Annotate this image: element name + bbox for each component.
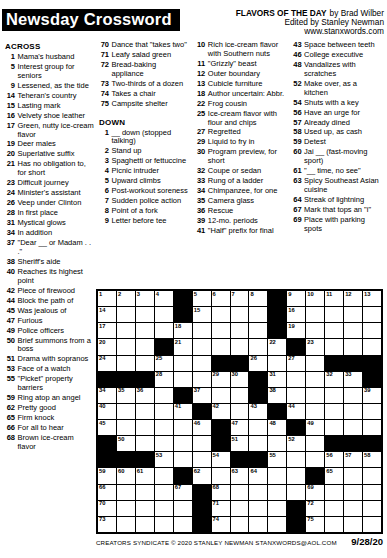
cell-r3c9[interactable] [249,323,267,338]
cell-r3c11[interactable]: 19 [287,323,305,338]
page-header: Newsday Crossword FLAVORS OF THE DAYby B… [0,0,387,36]
cell-r6c11[interactable] [287,372,305,387]
clue-number: 8 [96,207,109,216]
cell-r8c8[interactable] [231,404,249,419]
black-cell-r9c11 [287,420,305,435]
cell-r3c2[interactable] [117,323,135,338]
cell-r13c15[interactable] [363,485,381,500]
clue-text: Difficult journey [18,179,69,188]
cell-r12c11[interactable] [287,468,305,483]
clue-text: Ring atop an angel [18,394,81,403]
cell-r9c3[interactable] [136,420,154,435]
clue-across-5: 5Interest group for seniors [2,63,94,81]
clue-number: 52 [289,80,302,98]
cell-r8c15[interactable] [363,404,381,419]
clue-text: Mark that tops an "i" [304,206,371,215]
clue-text: Cubicle furniture [208,80,263,89]
clue-down-2: 2Stand up [96,147,189,156]
cell-r13c5[interactable]: 67 [174,485,192,500]
clue-number: 56 [289,109,302,118]
cell-r2c14[interactable] [344,307,362,322]
cell-number: 20 [99,339,105,346]
black-cell-r2c5 [174,307,192,322]
cell-r10c8[interactable]: 51 [231,436,249,451]
clue-text: Drama with sopranos [18,355,89,364]
cell-r8c4[interactable] [155,404,173,419]
clue-number: 49 [2,327,15,336]
clue-down-32: 32Coupe or sedan [192,167,285,176]
cell-number: 61 [137,468,143,475]
black-cell-r12c5 [174,468,192,483]
cell-r7c7[interactable] [212,388,230,403]
clue-number: 45 [2,307,15,316]
cell-r7c10[interactable]: 38 [268,388,286,403]
cell-r13c12[interactable]: 69 [306,485,324,500]
cell-r6c12[interactable] [306,372,324,387]
cell-r11c4[interactable]: 53 [155,452,173,467]
cell-r6c7[interactable]: 29 [212,372,230,387]
cell-r11c6[interactable] [193,452,211,467]
cell-r9c2[interactable] [117,420,135,435]
cell-r3c5[interactable]: 18 [174,323,192,338]
cell-number: 32 [326,371,332,378]
clue-number: 6 [96,187,109,196]
clue-number: 4 [96,167,109,176]
clue-down-1: 1__ down (stopped talking) [96,129,189,147]
cell-r7c14[interactable] [344,388,362,403]
cell-r9c13[interactable] [325,420,343,435]
cell-r4c1[interactable]: 20 [98,339,116,354]
cell-r6c14[interactable]: 33 [344,372,362,387]
cell-r11c13[interactable]: 56 [325,452,343,467]
cell-r12c3[interactable]: 61 [136,468,154,483]
cell-r7c12[interactable] [306,388,324,403]
cell-r14c1[interactable]: 70 [98,501,116,516]
cell-r4c7[interactable] [212,339,230,354]
cell-number: 52 [288,436,294,443]
cell-r6c5[interactable] [174,372,192,387]
cell-r9c9[interactable] [249,420,267,435]
cell-r2c13[interactable] [325,307,343,322]
clue-number: 28 [2,209,15,218]
cell-r10c2[interactable]: 50 [117,436,135,451]
black-cell-r10c14 [344,436,362,451]
black-cell-r1c10 [268,291,286,306]
cell-r15c9[interactable] [249,517,267,532]
cell-r2c7[interactable] [212,307,230,322]
cell-r12c13[interactable]: 65 [325,468,343,483]
cell-r14c12[interactable]: 72 [306,501,324,516]
cell-number: 43 [250,403,256,410]
clue-text: Dance that "takes two" [112,41,187,50]
cell-r1c8[interactable]: 7 [231,291,249,306]
clue-number: 67 [289,206,302,215]
cell-r1c9[interactable]: 8 [249,291,267,306]
cell-r9c5[interactable] [174,420,192,435]
cell-r6c10[interactable]: 31 [268,372,286,387]
clue-number: 29 [192,138,205,147]
cell-r13c7[interactable]: 68 [212,485,230,500]
cell-r14c10[interactable] [268,501,286,516]
cell-r10c11[interactable]: 52 [287,436,305,451]
cell-r6c4[interactable]: 28 [155,372,173,387]
clue-number: 18 [192,90,205,99]
cell-r12c15[interactable] [363,468,381,483]
clue-number: 72 [96,61,109,79]
clue-down-25: 25Ice-cream flavor with flour and chips [192,110,285,128]
cell-r2c12[interactable] [306,307,324,322]
cell-r14c9[interactable] [249,501,267,516]
cell-number: 48 [269,420,275,427]
clue-number: 57 [289,119,302,128]
cell-r15c4[interactable] [155,517,173,532]
cell-r7c2[interactable]: 35 [117,388,135,403]
cell-r12c4[interactable] [155,468,173,483]
cell-r10c6[interactable] [193,436,211,451]
cell-r7c6[interactable]: 37 [193,388,211,403]
cell-r12c7[interactable] [212,468,230,483]
cell-r8c3[interactable] [136,404,154,419]
clue-across-72: 72Bread-baking appliance [96,61,189,79]
cell-r4c14[interactable] [344,339,362,354]
clue-number: 1 [96,129,109,147]
cell-r5c12[interactable] [306,356,324,371]
cell-r5c4[interactable]: 25 [155,356,173,371]
clue-number: 15 [2,102,15,111]
cell-r4c10[interactable]: 22 [268,339,286,354]
cell-r1c14[interactable]: 12 [344,291,362,306]
clue-across-28: 28In first place [2,209,94,218]
clue-across-73: 73Two-thirds of a dozen [96,80,189,89]
cell-r10c4[interactable] [155,436,173,451]
cell-r5c6[interactable] [193,356,211,371]
cell-r14c15[interactable] [363,501,381,516]
cell-r2c9[interactable] [249,307,267,322]
clue-text: Block the path of [18,297,74,306]
clue-across-15: 15Lasting mark [2,102,94,111]
clue-down-11: 11"Grizzly" beast [192,60,285,69]
cell-number: 62 [194,468,200,475]
cell-r1c7[interactable]: 6 [212,291,230,306]
cell-r14c14[interactable] [344,501,362,516]
clue-text: Space between teeth [304,41,374,50]
cell-r10c3[interactable] [136,436,154,451]
cell-r7c13[interactable] [325,388,343,403]
cell-r9c12[interactable]: 49 [306,420,324,435]
cell-r15c7[interactable]: 74 [212,517,230,532]
clue-number: 9 [2,82,15,91]
cell-r13c3[interactable] [136,485,154,500]
cell-number: 17 [99,323,105,330]
cell-r3c14[interactable] [344,323,362,338]
clue-down-67: 67Mark that tops an "i" [289,206,382,215]
clue-down-58: 58Used up, as cash [289,128,382,137]
clue-down-34: 34Chimpanzee, for one [192,187,285,196]
cell-r14c4[interactable] [155,501,173,516]
cell-r10c9[interactable] [249,436,267,451]
cell-r11c14[interactable]: 57 [344,452,362,467]
cell-number: 45 [99,420,105,427]
cell-r15c12[interactable]: 75 [306,517,324,532]
cell-r9c8[interactable]: 47 [231,420,249,435]
cell-r15c1[interactable]: 73 [98,517,116,532]
cell-r6c13[interactable]: 32 [325,372,343,387]
cell-r1c1[interactable]: 1 [98,291,116,306]
clue-down-33: 33Rung of a ladder [192,177,285,186]
clue-number: 10 [192,41,205,59]
cell-r13c8[interactable] [231,485,249,500]
cell-number: 29 [213,371,219,378]
cell-r1c15[interactable]: 13 [363,291,381,306]
cell-number: 33 [345,371,351,378]
cell-r6c6[interactable] [193,372,211,387]
clue-text: Vandalizes with scratches [304,61,382,79]
clue-down-59: 59Detest [289,138,382,147]
cell-r5c5[interactable] [174,356,192,371]
cell-r2c1[interactable]: 14 [98,307,116,322]
clue-down-5: 5Upward climbs [96,177,189,186]
cell-r12c10[interactable] [268,468,286,483]
cell-r1c3[interactable]: 3 [136,291,154,306]
black-cell-r6c1 [98,372,116,387]
cell-r10c5[interactable] [174,436,192,451]
cell-r2c4[interactable] [155,307,173,322]
cell-r7c1[interactable]: 34 [98,388,116,403]
clue-across-24: 24Minister's assistant [2,189,94,198]
clue-down-29: 29Liquid to fry in [192,138,285,147]
cell-r8c12[interactable] [306,404,324,419]
black-cell-r5c8 [231,356,249,371]
cell-r6c8[interactable]: 30 [231,372,249,387]
cell-number: 65 [326,468,332,475]
cell-r15c13[interactable] [325,517,343,532]
cell-r3c12[interactable] [306,323,324,338]
cell-r4c2[interactable] [117,339,135,354]
cell-r12c1[interactable]: 59 [98,468,116,483]
cell-r9c6[interactable]: 46 [193,420,211,435]
clue-text: Make over, as a kitchen [304,80,382,98]
cell-r7c15[interactable]: 39 [363,388,381,403]
cell-r15c14[interactable] [344,517,362,532]
crossword-grid[interactable]: 1234567891011121314151617181920212223242… [96,289,383,534]
cell-r11c11[interactable] [287,452,305,467]
cell-r1c6[interactable]: 5 [193,291,211,306]
cell-r13c11[interactable] [287,485,305,500]
cell-r9c10[interactable]: 48 [268,420,286,435]
clue-across-75: 75Campsite shelter [96,100,189,109]
clue-across-45: 45Was jealous of [2,307,94,316]
cell-r8c1[interactable]: 40 [98,404,116,419]
cell-r9c1[interactable]: 45 [98,420,116,435]
cell-r12c2[interactable]: 60 [117,468,135,483]
cell-r12c14[interactable] [344,468,362,483]
cell-r3c1[interactable]: 17 [98,323,116,338]
cell-number: 22 [269,339,275,346]
cell-r14c2[interactable] [117,501,135,516]
clue-number: 37 [2,239,15,257]
clue-text: Sheriff's aide [18,258,61,267]
black-cell-r11c8 [231,452,249,467]
black-cell-r5c13 [325,356,343,371]
cell-r14c8[interactable] [231,501,249,516]
cell-r3c4[interactable] [155,323,173,338]
cell-r1c4[interactable]: 4 [155,291,173,306]
clue-text: Program preview, for short [208,148,286,166]
cell-r8c11[interactable]: 44 [287,404,305,419]
cell-r2c11[interactable]: 16 [287,307,305,322]
cell-r8c7[interactable]: 42 [212,404,230,419]
cell-r2c2[interactable] [117,307,135,322]
clue-text: Campsite shelter [112,100,168,109]
clue-number: 42 [2,287,15,296]
cell-number: 56 [326,452,332,459]
black-cell-r10c13 [325,436,343,451]
cell-number: 15 [194,307,200,314]
clue-down-54: 54Shuts with a key [289,99,382,108]
cell-r8c14[interactable] [344,404,362,419]
black-cell-r1c5 [174,291,192,306]
clue-text: "Half" prefix for final [208,227,274,236]
cell-r8c5[interactable]: 41 [174,404,192,419]
cell-r2c6[interactable]: 15 [193,307,211,322]
cell-r11c10[interactable]: 55 [268,452,286,467]
clue-text: Pretty good [18,404,56,413]
cell-r2c15[interactable] [363,307,381,322]
cell-r4c15[interactable] [363,339,381,354]
cell-r13c14[interactable] [344,485,362,500]
clue-text: Letter before tee [112,217,167,226]
cell-r15c15[interactable] [363,517,381,532]
cell-r3c3[interactable] [136,323,154,338]
clue-text: Camera glass [208,197,254,206]
cell-r9c14[interactable] [344,420,362,435]
cell-r3c8[interactable] [231,323,249,338]
cell-r15c5[interactable] [174,517,192,532]
cell-r13c13[interactable] [325,485,343,500]
cell-number: 64 [250,468,256,475]
cell-r14c3[interactable] [136,501,154,516]
cell-r5c11[interactable]: 27 [287,356,305,371]
clue-text: Stand up [112,147,142,156]
cell-r15c8[interactable] [231,517,249,532]
clue-column-4: 43Space between teeth46College executive… [289,41,385,289]
clue-number: 26 [2,199,15,208]
cell-r14c13[interactable] [325,501,343,516]
cell-r1c13[interactable]: 11 [325,291,343,306]
cell-r7c3[interactable]: 36 [136,388,154,403]
cell-r14c5[interactable] [174,501,192,516]
cell-r13c4[interactable] [155,485,173,500]
cell-r15c3[interactable] [136,517,154,532]
cell-number: 27 [288,355,294,362]
cell-r4c3[interactable] [136,339,154,354]
clue-down-30: 30Program preview, for short [192,148,285,166]
cell-r12c6[interactable]: 62 [193,468,211,483]
cell-r7c8[interactable] [231,388,249,403]
clue-text: Sudden police action [112,197,182,206]
cell-r11c12[interactable] [306,452,324,467]
cell-r4c6[interactable] [193,339,211,354]
black-cell-r11c9 [249,452,267,467]
cell-r1c11[interactable]: 9 [287,291,305,306]
cell-r11c7[interactable]: 54 [212,452,230,467]
cell-r3c13[interactable] [325,323,343,338]
cell-r12c9[interactable]: 64 [249,468,267,483]
cell-number: 70 [99,500,105,507]
cell-r13c1[interactable]: 66 [98,485,116,500]
cell-r8c13[interactable] [325,404,343,419]
cell-r3c7[interactable] [212,323,230,338]
cell-number: 68 [213,484,219,491]
clue-across-26: 26Veep under Clinton [2,199,94,208]
cell-r7c11[interactable] [287,388,305,403]
clue-text: Lasting mark [18,102,61,111]
cell-r8c2[interactable] [117,404,135,419]
clue-number: 65 [2,414,15,423]
clue-text: In addition [18,229,53,238]
clue-number: 2 [96,147,109,156]
cell-r8c9[interactable]: 43 [249,404,267,419]
cell-r4c5[interactable]: 21 [174,339,192,354]
clue-down-8: 8Point of a fork [96,207,189,216]
clue-number: 58 [289,128,302,137]
clue-text: Police officers [18,327,65,336]
cell-r5c9[interactable]: 26 [249,356,267,371]
cell-r13c10[interactable] [268,485,286,500]
cell-r2c3[interactable] [136,307,154,322]
cell-r7c4[interactable] [155,388,173,403]
cell-r13c2[interactable] [117,485,135,500]
clue-text: Spaghetti or fettuccine [112,157,187,166]
cell-r15c10[interactable] [268,517,286,532]
cell-r1c2[interactable]: 2 [117,291,135,306]
cell-r14c7[interactable]: 71 [212,501,230,516]
cell-r5c2[interactable] [117,356,135,371]
cell-r5c1[interactable]: 24 [98,356,116,371]
clue-number: 48 [289,61,302,79]
cell-r11c15[interactable]: 58 [363,452,381,467]
cell-r13c9[interactable] [249,485,267,500]
cell-r3c15[interactable] [363,323,381,338]
cell-r15c2[interactable] [117,517,135,532]
cell-r4c9[interactable] [249,339,267,354]
black-cell-r12c12 [306,468,324,483]
cell-r5c10[interactable] [268,356,286,371]
clue-number: 35 [192,197,205,206]
cell-r10c10[interactable] [268,436,286,451]
cell-r12c8[interactable]: 63 [231,468,249,483]
clue-down-43: 43Space between teeth [289,41,382,50]
clue-text: Brief summons from a boss [18,337,95,355]
cell-r4c13[interactable] [325,339,343,354]
clue-number: 9 [96,217,109,226]
cell-r1c12[interactable]: 10 [306,291,324,306]
cell-r9c4[interactable] [155,420,173,435]
cell-r9c15[interactable] [363,420,381,435]
clue-down-12: 12Outer boundary [192,70,285,79]
cell-r10c12[interactable] [306,436,324,451]
cell-r2c8[interactable] [231,307,249,322]
clue-across-50: 50Brief summons from a boss [2,337,94,355]
cell-number: 71 [213,500,219,507]
cell-r3c6[interactable] [193,323,211,338]
cell-r11c5[interactable] [174,452,192,467]
cell-r4c12[interactable]: 23 [306,339,324,354]
cell-r4c8[interactable] [231,339,249,354]
cell-number: 2 [118,291,121,298]
cell-number: 13 [364,291,370,298]
cell-r5c3[interactable] [136,356,154,371]
